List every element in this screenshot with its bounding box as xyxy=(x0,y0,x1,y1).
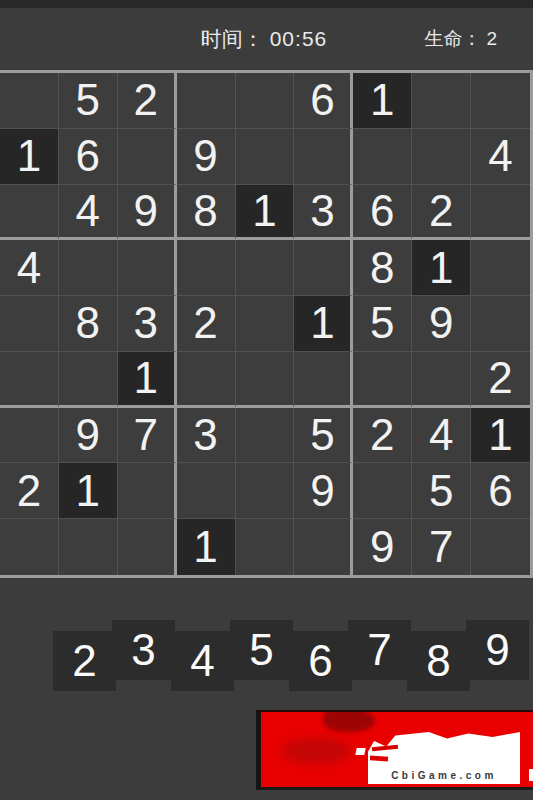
status-bar xyxy=(0,0,533,8)
cell-r9c9[interactable] xyxy=(471,519,530,575)
cell-r8c9[interactable]: 6 xyxy=(471,463,530,519)
cell-r4c3[interactable] xyxy=(118,240,177,296)
cell-r9c4[interactable]: 1 xyxy=(177,519,236,575)
ad-watermark-text: CbiGame.com xyxy=(368,766,520,784)
cell-r9c7[interactable]: 9 xyxy=(353,519,412,575)
cell-r3c7[interactable]: 6 xyxy=(353,185,412,241)
cell-r4c5[interactable] xyxy=(236,240,295,296)
cell-r1c6[interactable]: 6 xyxy=(294,73,353,129)
cell-r2c4[interactable]: 9 xyxy=(177,129,236,185)
cell-r3c9[interactable] xyxy=(471,185,530,241)
cell-r7c6[interactable]: 5 xyxy=(294,408,353,464)
cell-r7c1[interactable] xyxy=(0,408,59,464)
cell-r1c1[interactable] xyxy=(0,73,59,129)
cell-r2c7[interactable] xyxy=(353,129,412,185)
cell-r1c7[interactable]: 1 xyxy=(353,73,412,129)
cell-r1c8[interactable] xyxy=(412,73,471,129)
number-button-7[interactable]: 7 xyxy=(348,620,411,680)
cell-r1c3[interactable]: 2 xyxy=(118,73,177,129)
cell-r7c3[interactable]: 7 xyxy=(118,408,177,464)
cell-r3c8[interactable]: 2 xyxy=(412,185,471,241)
lives: 生命：2 xyxy=(424,26,497,52)
number-button-9[interactable]: 9 xyxy=(466,620,529,680)
cell-r5c7[interactable]: 5 xyxy=(353,296,412,352)
cell-r7c9[interactable]: 1 xyxy=(471,408,530,464)
cell-r9c6[interactable] xyxy=(294,519,353,575)
cell-r6c3[interactable]: 1 xyxy=(118,352,177,408)
timer-value: 00:56 xyxy=(270,27,328,50)
cell-r2c1[interactable]: 1 xyxy=(0,129,59,185)
number-button-2[interactable]: 2 xyxy=(53,631,116,691)
cell-r3c2[interactable]: 4 xyxy=(59,185,118,241)
cell-r4c4[interactable] xyxy=(177,240,236,296)
cell-r7c8[interactable]: 4 xyxy=(412,408,471,464)
number-palette: 23456789 xyxy=(53,620,529,680)
cell-r9c1[interactable] xyxy=(0,519,59,575)
timer-label: 时间： xyxy=(201,27,264,50)
cell-r5c9[interactable] xyxy=(471,296,530,352)
cell-r7c4[interactable]: 3 xyxy=(177,408,236,464)
app-screen: 时间：00:56 生命：2 52611694498136248183215912… xyxy=(0,0,533,800)
cell-r2c9[interactable]: 4 xyxy=(471,129,530,185)
cell-r9c3[interactable] xyxy=(118,519,177,575)
cell-r3c3[interactable]: 9 xyxy=(118,185,177,241)
number-button-5[interactable]: 5 xyxy=(230,620,293,680)
lives-label: 生命： xyxy=(424,28,481,49)
cell-r1c2[interactable]: 5 xyxy=(59,73,118,129)
ad-glitch-tick xyxy=(529,769,533,781)
ad-glitch-smudge xyxy=(281,738,351,764)
cell-r8c8[interactable]: 5 xyxy=(412,463,471,519)
number-button-6[interactable]: 6 xyxy=(289,631,352,691)
sudoku-board: 5261169449813624818321591297352412195619… xyxy=(0,70,533,578)
cell-r3c4[interactable]: 8 xyxy=(177,185,236,241)
cell-r9c2[interactable] xyxy=(59,519,118,575)
ad-logo-blob xyxy=(368,732,520,768)
cell-r4c2[interactable] xyxy=(59,240,118,296)
ad-glitch-smudge xyxy=(323,710,375,732)
lives-value: 2 xyxy=(486,28,497,49)
ad-glitch-shard xyxy=(355,748,365,755)
cell-r4c6[interactable] xyxy=(294,240,353,296)
cell-r8c6[interactable]: 9 xyxy=(294,463,353,519)
cell-r1c9[interactable] xyxy=(471,73,530,129)
cell-r8c4[interactable] xyxy=(177,463,236,519)
cell-r6c7[interactable] xyxy=(353,352,412,408)
number-button-8[interactable]: 8 xyxy=(407,631,470,691)
cell-r5c3[interactable]: 3 xyxy=(118,296,177,352)
cell-r5c8[interactable]: 9 xyxy=(412,296,471,352)
cell-r4c8[interactable]: 1 xyxy=(412,240,471,296)
cell-r8c3[interactable] xyxy=(118,463,177,519)
cell-r8c1[interactable]: 2 xyxy=(0,463,59,519)
cell-r5c2[interactable]: 8 xyxy=(59,296,118,352)
cell-r6c1[interactable] xyxy=(0,352,59,408)
cell-r6c2[interactable] xyxy=(59,352,118,408)
ad-banner[interactable]: CbiGame.com xyxy=(256,710,533,790)
cell-r6c6[interactable] xyxy=(294,352,353,408)
cell-r8c2[interactable]: 1 xyxy=(59,463,118,519)
cell-r2c2[interactable]: 6 xyxy=(59,129,118,185)
cell-r2c3[interactable] xyxy=(118,129,177,185)
cell-r8c5[interactable] xyxy=(236,463,295,519)
cell-r2c5[interactable] xyxy=(236,129,295,185)
cell-r7c5[interactable] xyxy=(236,408,295,464)
cell-r7c2[interactable]: 9 xyxy=(59,408,118,464)
cell-r2c8[interactable] xyxy=(412,129,471,185)
cell-r2c6[interactable] xyxy=(294,129,353,185)
cell-r3c1[interactable] xyxy=(0,185,59,241)
cell-r6c8[interactable] xyxy=(412,352,471,408)
number-button-4[interactable]: 4 xyxy=(171,631,234,691)
cell-r5c1[interactable] xyxy=(0,296,59,352)
cell-r4c7[interactable]: 8 xyxy=(353,240,412,296)
cell-r9c5[interactable] xyxy=(236,519,295,575)
cell-r3c5[interactable]: 1 xyxy=(236,185,295,241)
cell-r9c8[interactable]: 7 xyxy=(412,519,471,575)
cell-r5c6[interactable]: 1 xyxy=(294,296,353,352)
cell-r6c4[interactable] xyxy=(177,352,236,408)
header: 时间：00:56 生命：2 xyxy=(0,8,533,70)
cell-r4c1[interactable]: 4 xyxy=(0,240,59,296)
cell-r3c6[interactable]: 3 xyxy=(294,185,353,241)
cell-r5c4[interactable]: 2 xyxy=(177,296,236,352)
cell-r6c5[interactable] xyxy=(236,352,295,408)
cell-r5c5[interactable] xyxy=(236,296,295,352)
ad-logo: CbiGame.com xyxy=(368,732,520,784)
number-button-3[interactable]: 3 xyxy=(112,620,175,680)
cell-r7c7[interactable]: 2 xyxy=(353,408,412,464)
cell-r6c9[interactable]: 2 xyxy=(471,352,530,408)
cell-r4c9[interactable] xyxy=(471,240,530,296)
cell-r8c7[interactable] xyxy=(353,463,412,519)
timer: 时间：00:56 xyxy=(201,25,328,53)
cell-r1c5[interactable] xyxy=(236,73,295,129)
cell-r1c4[interactable] xyxy=(177,73,236,129)
